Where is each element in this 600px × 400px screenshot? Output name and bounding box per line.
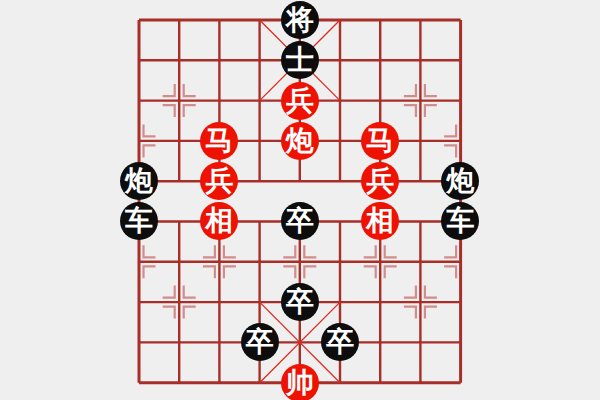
- black-cannon[interactable]: 炮: [120, 162, 158, 200]
- board-point[interactable]: [159, 0, 199, 40]
- board-point[interactable]: [440, 242, 480, 282]
- board-point[interactable]: 炮: [119, 161, 159, 201]
- piece-glyph: 卒: [326, 328, 354, 356]
- red-horse[interactable]: 马: [200, 122, 238, 160]
- board-point[interactable]: [199, 242, 239, 282]
- board-point[interactable]: [440, 282, 480, 322]
- board-point[interactable]: [360, 80, 400, 120]
- board-point[interactable]: [280, 161, 320, 201]
- board-point[interactable]: [440, 0, 480, 40]
- board-point[interactable]: [360, 40, 400, 80]
- board-point[interactable]: 马: [360, 121, 400, 161]
- board-point[interactable]: [239, 121, 279, 161]
- board-point[interactable]: [199, 322, 239, 362]
- board-point[interactable]: [239, 242, 279, 282]
- board-point[interactable]: [320, 201, 360, 241]
- piece-glyph: 卒: [246, 328, 274, 356]
- board-point[interactable]: [360, 322, 400, 362]
- board-point[interactable]: [360, 363, 400, 400]
- red-horse[interactable]: 马: [361, 122, 399, 160]
- board-point[interactable]: [440, 363, 480, 400]
- board-point[interactable]: [159, 201, 199, 241]
- board-point[interactable]: [199, 0, 239, 40]
- red-elephant[interactable]: 相: [200, 202, 238, 240]
- board-point[interactable]: [119, 242, 159, 282]
- board-point[interactable]: [280, 242, 320, 282]
- piece-glyph: 炮: [446, 167, 474, 195]
- board-points: 将士兵马炮马炮兵兵炮车相卒相车卒卒卒帅: [119, 0, 481, 400]
- board-point[interactable]: [119, 40, 159, 80]
- piece-glyph: 卒: [286, 288, 314, 316]
- board-point[interactable]: [239, 363, 279, 400]
- board-point[interactable]: [159, 80, 199, 120]
- board-point[interactable]: [400, 282, 440, 322]
- xiangqi-board: 将士兵马炮马炮兵兵炮车相卒相车卒卒卒帅: [0, 0, 600, 400]
- piece-glyph: 兵: [366, 167, 394, 195]
- board-point[interactable]: [440, 322, 480, 362]
- board-point[interactable]: [440, 121, 480, 161]
- board-point[interactable]: [159, 242, 199, 282]
- board-point[interactable]: [239, 161, 279, 201]
- board-point[interactable]: [239, 0, 279, 40]
- piece-glyph: 马: [205, 127, 233, 155]
- piece-glyph: 兵: [205, 167, 233, 195]
- black-chariot[interactable]: 车: [441, 202, 479, 240]
- board-point[interactable]: [440, 80, 480, 120]
- board-point[interactable]: [239, 40, 279, 80]
- board-point[interactable]: 士: [280, 40, 320, 80]
- board-point[interactable]: [199, 282, 239, 322]
- black-advisor[interactable]: 士: [281, 41, 319, 79]
- board-point[interactable]: [199, 80, 239, 120]
- board-point[interactable]: 相: [360, 201, 400, 241]
- board-point[interactable]: 卒: [239, 322, 279, 362]
- piece-glyph: 相: [205, 207, 233, 235]
- board-point[interactable]: [400, 201, 440, 241]
- red-soldier[interactable]: 兵: [361, 162, 399, 200]
- board-point[interactable]: [119, 0, 159, 40]
- board-point[interactable]: [320, 242, 360, 282]
- red-soldier[interactable]: 兵: [200, 162, 238, 200]
- red-soldier[interactable]: 兵: [281, 82, 319, 120]
- board-point[interactable]: 兵: [280, 80, 320, 120]
- board-point[interactable]: 炮: [280, 121, 320, 161]
- board-point[interactable]: 炮: [440, 161, 480, 201]
- board-point[interactable]: 兵: [199, 161, 239, 201]
- board-point[interactable]: 兵: [360, 161, 400, 201]
- board-point[interactable]: [400, 242, 440, 282]
- black-general[interactable]: 将: [281, 1, 319, 39]
- board-point[interactable]: [320, 121, 360, 161]
- board-point[interactable]: 马: [199, 121, 239, 161]
- piece-glyph: 士: [286, 46, 314, 74]
- board-point[interactable]: [320, 80, 360, 120]
- black-soldier[interactable]: 卒: [281, 202, 319, 240]
- board-point[interactable]: [400, 322, 440, 362]
- board-point[interactable]: [199, 363, 239, 400]
- piece-glyph: 将: [286, 6, 314, 34]
- board-point[interactable]: [159, 40, 199, 80]
- black-soldier[interactable]: 卒: [321, 323, 359, 361]
- black-soldier[interactable]: 卒: [281, 283, 319, 321]
- board-point[interactable]: 卒: [280, 282, 320, 322]
- board-point[interactable]: [360, 242, 400, 282]
- piece-glyph: 炮: [125, 167, 153, 195]
- red-elephant[interactable]: 相: [361, 202, 399, 240]
- board-point[interactable]: [159, 121, 199, 161]
- board-point[interactable]: 将: [280, 0, 320, 40]
- board-point[interactable]: 卒: [280, 201, 320, 241]
- board-point[interactable]: [320, 363, 360, 400]
- board-point[interactable]: 卒: [320, 322, 360, 362]
- board-point[interactable]: [119, 80, 159, 120]
- piece-glyph: 马: [366, 127, 394, 155]
- red-general[interactable]: 帅: [281, 364, 319, 400]
- board-point[interactable]: [320, 40, 360, 80]
- black-cannon[interactable]: 炮: [441, 162, 479, 200]
- board-point[interactable]: [119, 322, 159, 362]
- board-point[interactable]: [280, 322, 320, 362]
- board-point[interactable]: [400, 363, 440, 400]
- board-point[interactable]: [320, 0, 360, 40]
- board-point[interactable]: [239, 282, 279, 322]
- board-point[interactable]: [360, 282, 400, 322]
- board-point[interactable]: [119, 121, 159, 161]
- piece-glyph: 炮: [286, 127, 314, 155]
- board-point[interactable]: [159, 282, 199, 322]
- black-soldier[interactable]: 卒: [241, 323, 279, 361]
- black-chariot[interactable]: 车: [120, 202, 158, 240]
- red-cannon[interactable]: 炮: [281, 122, 319, 160]
- piece-glyph: 车: [125, 207, 153, 235]
- board-point[interactable]: 相: [199, 201, 239, 241]
- board-point[interactable]: [440, 40, 480, 80]
- piece-glyph: 兵: [286, 87, 314, 115]
- board-point[interactable]: [320, 282, 360, 322]
- board-point[interactable]: [400, 161, 440, 201]
- board-point[interactable]: [320, 161, 360, 201]
- board-point[interactable]: [400, 40, 440, 80]
- board-point[interactable]: [199, 40, 239, 80]
- board-point[interactable]: [239, 201, 279, 241]
- piece-glyph: 车: [446, 207, 474, 235]
- board-point[interactable]: [159, 363, 199, 400]
- board-point[interactable]: [239, 80, 279, 120]
- board-point[interactable]: [119, 363, 159, 400]
- board-point[interactable]: [400, 80, 440, 120]
- board-point[interactable]: [360, 0, 400, 40]
- piece-glyph: 卒: [286, 207, 314, 235]
- board-point[interactable]: [159, 322, 199, 362]
- board-point[interactable]: [119, 282, 159, 322]
- board-point[interactable]: 车: [119, 201, 159, 241]
- board-point[interactable]: [159, 161, 199, 201]
- board-point[interactable]: 车: [440, 201, 480, 241]
- board-point[interactable]: 帅: [280, 363, 320, 400]
- piece-glyph: 帅: [286, 369, 314, 397]
- board-point[interactable]: [400, 0, 440, 40]
- piece-glyph: 相: [366, 207, 394, 235]
- board-point[interactable]: [400, 121, 440, 161]
